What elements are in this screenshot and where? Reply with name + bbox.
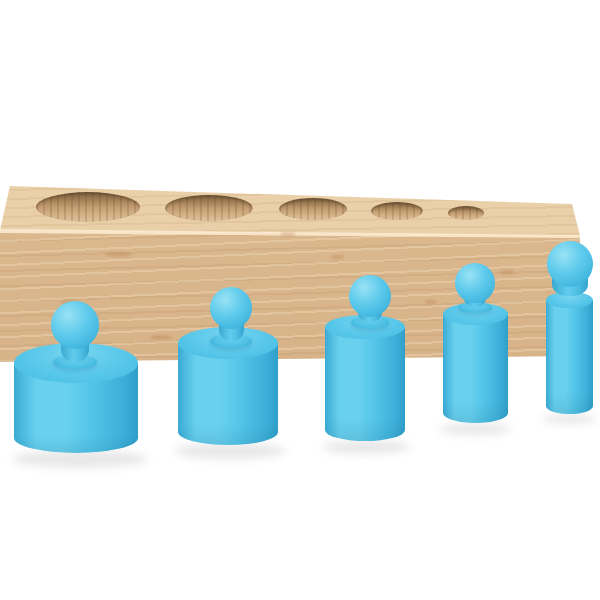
cylinder-4-body-side [443,314,508,423]
cylinder-5-floor-shadow [542,414,596,424]
cylinder-3-knob-ball [349,275,391,317]
cylinder-5-knob-ball [547,241,593,287]
socket-hole-1 [36,192,140,222]
cylinder-5-body-side [546,300,593,414]
wood-grain-mark-6 [150,335,172,340]
wood-grain-mark-5 [425,300,437,304]
wood-grain-mark-8 [500,270,514,274]
socket-hole-3 [279,198,347,220]
cylinder-4-knob-ball [455,263,495,303]
cylinder-4-floor-shadow [439,423,511,435]
product-photo [0,0,600,600]
wood-grain-mark-7 [280,232,296,236]
wood-grain-mark-4 [330,255,344,259]
cylinder-1-knob-ball [51,301,99,349]
socket-hole-4 [371,202,423,220]
cylinder-3-body-side [325,327,405,441]
wood-grain-mark-1 [105,252,131,257]
cylinder-3-floor-shadow [322,440,410,454]
cylinder-2-floor-shadow [174,443,286,459]
socket-hole-5 [448,206,484,220]
socket-hole-2 [165,195,253,221]
cylinder-2-knob-ball [210,287,252,329]
block-front-face [0,0,600,600]
